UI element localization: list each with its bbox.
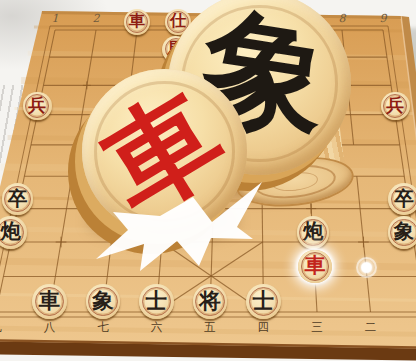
board-piece-black[interactable]: 卒	[388, 183, 416, 215]
file-label-bottom: 八	[44, 320, 56, 334]
file-label-top: 1	[52, 12, 59, 25]
file-label-bottom: 六	[151, 320, 163, 334]
board-piece-black[interactable]: 象	[388, 216, 416, 249]
file-label-top: 2	[93, 12, 101, 25]
board-piece-black[interactable]: 炮	[297, 216, 330, 249]
file-label-top: 9	[380, 12, 388, 25]
game-screen: 123456789九八七六五四三二一 車仕帥仕馬相兵兵兵車卒卒炮炮象車象士将士 …	[0, 0, 416, 361]
impact-flash	[85, 168, 285, 293]
board-piece-black[interactable]: 卒	[2, 183, 34, 215]
file-label-bottom: 五	[203, 320, 216, 334]
board-piece-red[interactable]: 兵	[23, 92, 52, 121]
file-label-bottom: 二	[365, 320, 377, 334]
file-label-bottom: 三	[311, 320, 323, 334]
board-piece-black[interactable]: 車	[32, 284, 67, 319]
selected-board-piece-red[interactable]: 車	[298, 250, 332, 284]
file-label-bottom: 四	[258, 320, 270, 334]
board-piece-red[interactable]: 兵	[381, 92, 410, 121]
file-label-top: 8	[339, 12, 347, 25]
file-label-bottom: 七	[97, 320, 109, 334]
move-origin-marker	[362, 263, 371, 272]
board-piece-red[interactable]: 車	[124, 9, 150, 35]
